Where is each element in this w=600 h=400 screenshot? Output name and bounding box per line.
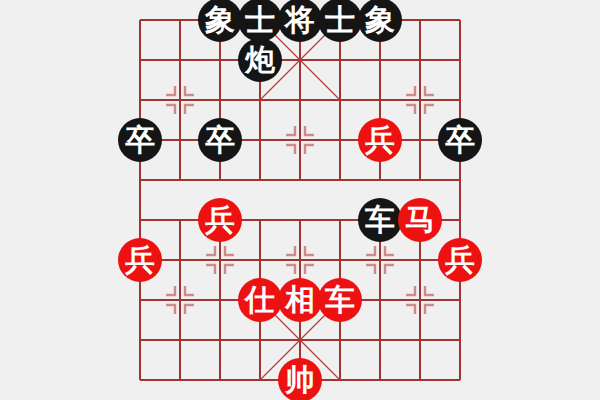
piece-red-soldier[interactable]: 兵 <box>358 118 402 162</box>
piece-red-soldier[interactable]: 兵 <box>118 238 162 282</box>
piece-black-soldier[interactable]: 卒 <box>118 118 162 162</box>
piece-red-general[interactable]: 帅 <box>278 358 322 400</box>
piece-red-elephant[interactable]: 相 <box>278 278 322 322</box>
piece-black-cannon[interactable]: 炮 <box>238 38 282 82</box>
piece-black-chariot[interactable]: 车 <box>358 198 402 242</box>
piece-black-general[interactable]: 将 <box>278 0 322 42</box>
piece-red-soldier[interactable]: 兵 <box>438 238 482 282</box>
piece-black-elephant[interactable]: 象 <box>358 0 402 42</box>
piece-black-elephant[interactable]: 象 <box>198 0 242 42</box>
xiangqi-board: 象士将士象炮卒卒兵卒兵车马兵兵仕相车帅 <box>0 0 600 400</box>
piece-black-soldier[interactable]: 卒 <box>198 118 242 162</box>
piece-red-chariot[interactable]: 车 <box>318 278 362 322</box>
piece-red-soldier[interactable]: 兵 <box>198 198 242 242</box>
piece-red-advisor[interactable]: 仕 <box>238 278 282 322</box>
piece-black-advisor[interactable]: 士 <box>318 0 362 42</box>
piece-black-soldier[interactable]: 卒 <box>438 118 482 162</box>
piece-black-advisor[interactable]: 士 <box>238 0 282 42</box>
piece-red-horse[interactable]: 马 <box>398 198 442 242</box>
pieces-layer: 象士将士象炮卒卒兵卒兵车马兵兵仕相车帅 <box>0 0 600 400</box>
